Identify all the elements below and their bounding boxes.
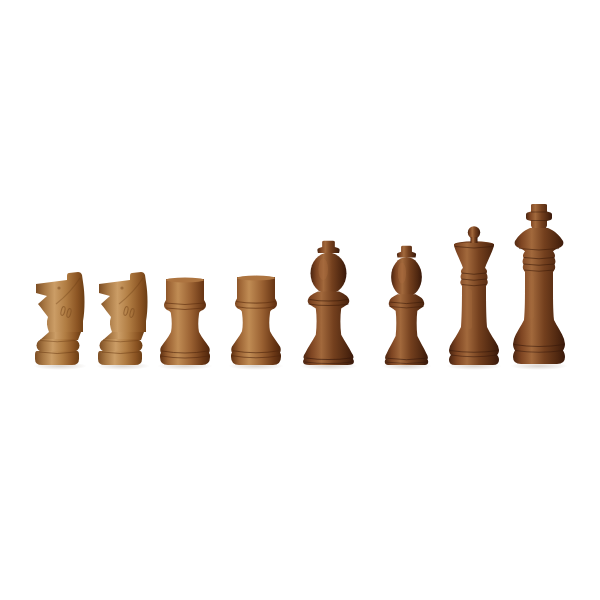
chess-piece-king — [512, 203, 566, 366]
bishop-icon — [383, 245, 430, 366]
knight-icon — [35, 266, 86, 366]
rook-icon — [159, 277, 211, 366]
knight-icon — [98, 266, 149, 366]
bishop-icon — [301, 240, 356, 366]
chess-piece-rook-2 — [230, 275, 282, 366]
chess-piece-rook-1 — [159, 277, 211, 366]
rook-icon — [230, 275, 282, 366]
queen-icon — [448, 225, 500, 366]
chess-piece-queen — [448, 225, 500, 366]
chess-piece-knight-1 — [35, 266, 86, 366]
king-icon — [512, 203, 566, 366]
chess-piece-knight-2 — [98, 266, 149, 366]
chess-piece-bishop-2 — [383, 245, 430, 366]
product-photo — [0, 0, 600, 600]
chess-piece-bishop-1 — [301, 240, 356, 366]
